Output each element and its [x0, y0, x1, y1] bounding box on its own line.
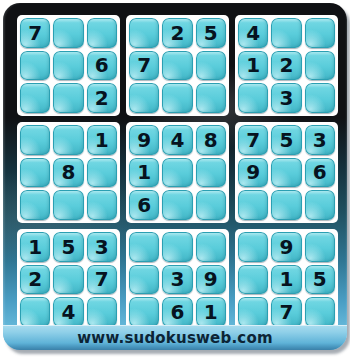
cell-r4c1[interactable]: [20, 125, 50, 155]
cell-r6c8[interactable]: [271, 190, 301, 220]
cell-r6c4[interactable]: 6: [129, 190, 159, 220]
cell-r4c8[interactable]: 5: [271, 125, 301, 155]
box-3-1: 153274: [17, 229, 120, 330]
cell-r8c7[interactable]: [238, 265, 268, 295]
cell-r7c8[interactable]: 9: [271, 232, 301, 262]
box-1-1: 762: [17, 15, 120, 116]
cell-r4c2[interactable]: [53, 125, 83, 155]
cell-r5c4[interactable]: 1: [129, 158, 159, 188]
footer-band: www.sudokusweb.com: [3, 325, 347, 350]
cell-r3c1[interactable]: [20, 83, 50, 113]
cell-r2c1[interactable]: [20, 51, 50, 81]
cell-r8c5[interactable]: 3: [162, 265, 192, 295]
cell-r1c2[interactable]: [53, 18, 83, 48]
cell-r6c1[interactable]: [20, 190, 50, 220]
cell-r4c6[interactable]: 8: [196, 125, 226, 155]
cell-r6c6[interactable]: [196, 190, 226, 220]
cell-r3c8[interactable]: 3: [271, 83, 301, 113]
cell-r5c5[interactable]: [162, 158, 192, 188]
cell-r4c5[interactable]: 4: [162, 125, 192, 155]
cell-r4c7[interactable]: 7: [238, 125, 268, 155]
cell-r3c2[interactable]: [53, 83, 83, 113]
cell-r7c1[interactable]: 1: [20, 232, 50, 262]
cell-r4c9[interactable]: 3: [305, 125, 335, 155]
box-1-3: 4123: [235, 15, 338, 116]
cell-r9c7[interactable]: [238, 297, 268, 327]
cell-r1c6[interactable]: 5: [196, 18, 226, 48]
cell-r2c3[interactable]: 6: [87, 51, 117, 81]
cell-r6c9[interactable]: [305, 190, 335, 220]
box-2-1: 18: [17, 122, 120, 223]
cell-r9c8[interactable]: 7: [271, 297, 301, 327]
cell-r3c3[interactable]: 2: [87, 83, 117, 113]
cell-r8c1[interactable]: 2: [20, 265, 50, 295]
cell-r7c9[interactable]: [305, 232, 335, 262]
cell-r1c7[interactable]: 4: [238, 18, 268, 48]
cell-r5c9[interactable]: 6: [305, 158, 335, 188]
cell-r8c3[interactable]: 7: [87, 265, 117, 295]
cell-r2c9[interactable]: [305, 51, 335, 81]
cell-r9c5[interactable]: 6: [162, 297, 192, 327]
cell-r2c2[interactable]: [53, 51, 83, 81]
cell-r9c2[interactable]: 4: [53, 297, 83, 327]
box-2-2: 94816: [126, 122, 229, 223]
cell-r8c6[interactable]: 9: [196, 265, 226, 295]
cell-r3c5[interactable]: [162, 83, 192, 113]
cell-r3c4[interactable]: [129, 83, 159, 113]
cell-r7c5[interactable]: [162, 232, 192, 262]
cell-r1c3[interactable]: [87, 18, 117, 48]
cell-r6c7[interactable]: [238, 190, 268, 220]
cell-r2c6[interactable]: [196, 51, 226, 81]
cell-r5c1[interactable]: [20, 158, 50, 188]
cell-r7c6[interactable]: [196, 232, 226, 262]
cell-r9c6[interactable]: 1: [196, 297, 226, 327]
cell-r3c6[interactable]: [196, 83, 226, 113]
cell-r8c4[interactable]: [129, 265, 159, 295]
cell-r5c6[interactable]: [196, 158, 226, 188]
cell-r9c1[interactable]: [20, 297, 50, 327]
website-url-label: www.sudokusweb.com: [77, 329, 272, 347]
cell-r4c3[interactable]: 1: [87, 125, 117, 155]
sudoku-grid: 762257412318948167539615327439619157: [17, 15, 338, 330]
cell-r5c8[interactable]: [271, 158, 301, 188]
cell-r4c4[interactable]: 9: [129, 125, 159, 155]
cell-r2c7[interactable]: 1: [238, 51, 268, 81]
cell-r7c7[interactable]: [238, 232, 268, 262]
box-3-2: 3961: [126, 229, 229, 330]
cell-r8c9[interactable]: 5: [305, 265, 335, 295]
cell-r6c2[interactable]: [53, 190, 83, 220]
cell-r6c5[interactable]: [162, 190, 192, 220]
box-2-3: 75396: [235, 122, 338, 223]
cell-r3c7[interactable]: [238, 83, 268, 113]
cell-r8c8[interactable]: 1: [271, 265, 301, 295]
box-1-2: 257: [126, 15, 229, 116]
box-3-3: 9157: [235, 229, 338, 330]
cell-r2c4[interactable]: 7: [129, 51, 159, 81]
cell-r1c8[interactable]: [271, 18, 301, 48]
cell-r7c3[interactable]: 3: [87, 232, 117, 262]
cell-r5c2[interactable]: 8: [53, 158, 83, 188]
cell-r9c3[interactable]: [87, 297, 117, 327]
cell-r1c5[interactable]: 2: [162, 18, 192, 48]
cell-r1c9[interactable]: [305, 18, 335, 48]
sudoku-board-plaque: 762257412318948167539615327439619157 www…: [3, 3, 347, 350]
cell-r1c4[interactable]: [129, 18, 159, 48]
cell-r2c8[interactable]: 2: [271, 51, 301, 81]
cell-r7c2[interactable]: 5: [53, 232, 83, 262]
cell-r2c5[interactable]: [162, 51, 192, 81]
cell-r7c4[interactable]: [129, 232, 159, 262]
cell-r1c1[interactable]: 7: [20, 18, 50, 48]
cell-r9c9[interactable]: [305, 297, 335, 327]
cell-r5c3[interactable]: [87, 158, 117, 188]
cell-r6c3[interactable]: [87, 190, 117, 220]
cell-r9c4[interactable]: [129, 297, 159, 327]
cell-r8c2[interactable]: [53, 265, 83, 295]
cell-r5c7[interactable]: 9: [238, 158, 268, 188]
cell-r3c9[interactable]: [305, 83, 335, 113]
